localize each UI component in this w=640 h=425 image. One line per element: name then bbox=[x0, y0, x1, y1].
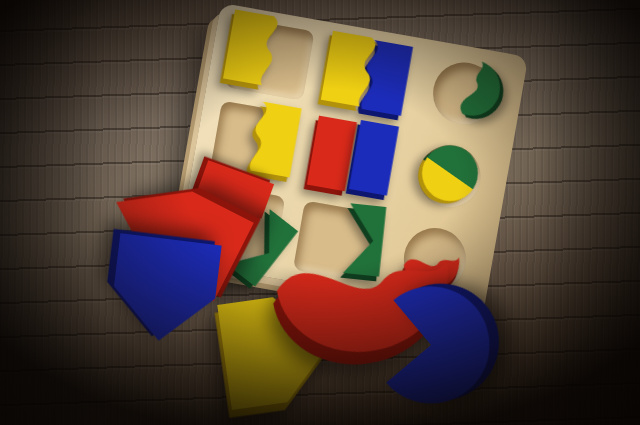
piece-yellow-wave-left[interactable] bbox=[223, 9, 313, 92]
loose-piece-blue-arrow[interactable] bbox=[106, 233, 221, 361]
board-cell-r1c2 bbox=[317, 32, 415, 120]
puzzle-photo-scene bbox=[0, 0, 640, 425]
piece-yellow-wave-left[interactable] bbox=[320, 31, 410, 114]
piece-blue-rectangle-half[interactable] bbox=[309, 113, 399, 196]
board-cell-r1c1 bbox=[220, 15, 318, 103]
piece-top-face bbox=[108, 233, 222, 347]
piece-top-face bbox=[349, 120, 399, 196]
board-cell-r1c3 bbox=[415, 49, 513, 137]
